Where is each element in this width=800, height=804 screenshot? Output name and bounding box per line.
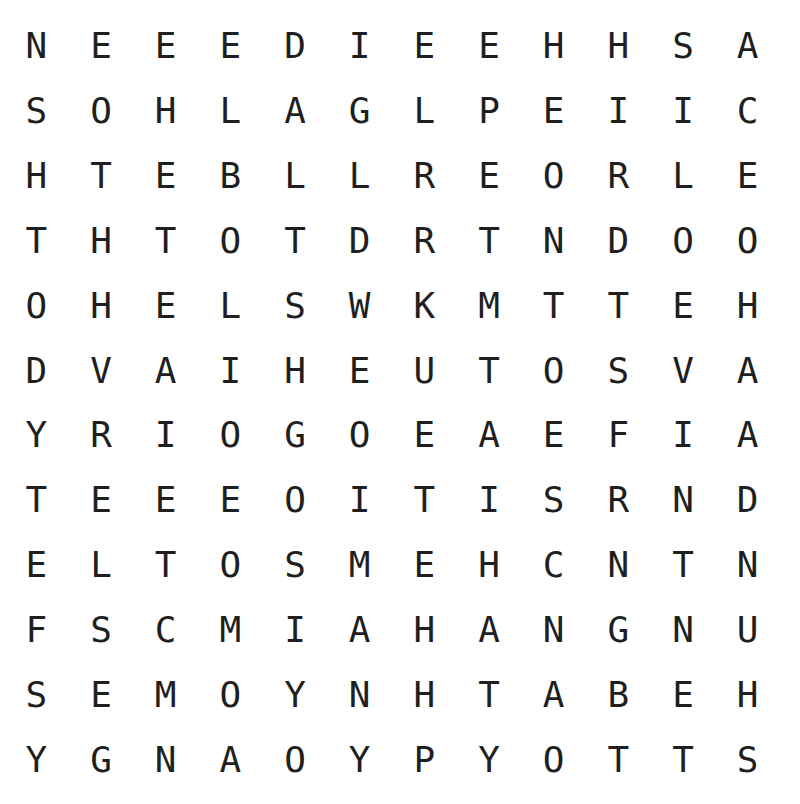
grid-cell-r3-c2[interactable]: T: [69, 144, 134, 209]
grid-cell-r1-c6[interactable]: I: [327, 14, 392, 79]
grid-cell-r11-c9[interactable]: A: [521, 662, 586, 727]
grid-cell-r1-c12[interactable]: A: [715, 14, 780, 79]
grid-cell-r3-c1[interactable]: H: [4, 144, 69, 209]
grid-cell-r10-c7[interactable]: H: [392, 598, 457, 663]
grid-cell-r6-c9[interactable]: O: [521, 338, 586, 403]
grid-cell-r9-c11[interactable]: T: [651, 533, 716, 598]
grid-cell-r12-c11[interactable]: T: [651, 727, 716, 792]
grid-cell-r6-c2[interactable]: V: [69, 338, 134, 403]
grid-cell-r9-c4[interactable]: O: [198, 533, 263, 598]
grid-cell-r9-c5[interactable]: S: [263, 533, 328, 598]
grid-cell-r4-c5[interactable]: T: [263, 209, 328, 274]
grid-cell-r7-c9[interactable]: E: [521, 403, 586, 468]
grid-cell-r11-c2[interactable]: E: [69, 662, 134, 727]
grid-cell-r5-c10[interactable]: T: [586, 273, 651, 338]
grid-cell-r10-c9[interactable]: N: [521, 598, 586, 663]
grid-cell-r7-c6[interactable]: O: [327, 403, 392, 468]
grid-cell-r10-c12[interactable]: U: [715, 598, 780, 663]
grid-cell-r11-c8[interactable]: T: [457, 662, 522, 727]
grid-cell-r5-c12[interactable]: H: [715, 273, 780, 338]
grid-cell-r3-c8[interactable]: E: [457, 144, 522, 209]
grid-cell-r12-c2[interactable]: G: [69, 727, 134, 792]
grid-cell-r3-c3[interactable]: E: [133, 144, 198, 209]
grid-cell-r3-c12[interactable]: E: [715, 144, 780, 209]
grid-cell-r11-c10[interactable]: B: [586, 662, 651, 727]
grid-cell-r3-c7[interactable]: R: [392, 144, 457, 209]
grid-cell-r1-c8[interactable]: E: [457, 14, 522, 79]
grid-cell-r1-c5[interactable]: D: [263, 14, 328, 79]
grid-cell-r8-c12[interactable]: D: [715, 468, 780, 533]
grid-cell-r8-c1[interactable]: T: [4, 468, 69, 533]
grid-cell-r9-c3[interactable]: T: [133, 533, 198, 598]
grid-cell-r4-c4[interactable]: O: [198, 209, 263, 274]
grid-cell-r11-c7[interactable]: H: [392, 662, 457, 727]
grid-cell-r4-c3[interactable]: T: [133, 209, 198, 274]
grid-cell-r5-c3[interactable]: E: [133, 273, 198, 338]
grid-cell-r12-c7[interactable]: P: [392, 727, 457, 792]
grid-cell-r2-c4[interactable]: L: [198, 79, 263, 144]
grid-cell-r1-c4[interactable]: E: [198, 14, 263, 79]
grid-cell-r1-c2[interactable]: E: [69, 14, 134, 79]
grid-cell-r5-c4[interactable]: L: [198, 273, 263, 338]
grid-cell-r8-c3[interactable]: E: [133, 468, 198, 533]
grid-cell-r2-c8[interactable]: P: [457, 79, 522, 144]
grid-cell-r5-c11[interactable]: E: [651, 273, 716, 338]
grid-cell-r4-c2[interactable]: H: [69, 209, 134, 274]
grid-cell-r12-c12[interactable]: S: [715, 727, 780, 792]
grid-cell-r10-c1[interactable]: F: [4, 598, 69, 663]
grid-cell-r8-c6[interactable]: I: [327, 468, 392, 533]
grid-cell-r6-c6[interactable]: E: [327, 338, 392, 403]
grid-cell-r7-c5[interactable]: G: [263, 403, 328, 468]
grid-cell-r8-c9[interactable]: S: [521, 468, 586, 533]
grid-cell-r4-c12[interactable]: O: [715, 209, 780, 274]
grid-cell-r6-c4[interactable]: I: [198, 338, 263, 403]
grid-cell-r1-c1[interactable]: N: [4, 14, 69, 79]
grid-cell-r9-c2[interactable]: L: [69, 533, 134, 598]
grid-cell-r3-c4[interactable]: B: [198, 144, 263, 209]
grid-cell-r8-c5[interactable]: O: [263, 468, 328, 533]
grid-cell-r6-c1[interactable]: D: [4, 338, 69, 403]
grid-cell-r2-c6[interactable]: G: [327, 79, 392, 144]
grid-cell-r10-c6[interactable]: A: [327, 598, 392, 663]
grid-cell-r12-c9[interactable]: O: [521, 727, 586, 792]
grid-cell-r9-c9[interactable]: C: [521, 533, 586, 598]
grid-cell-r7-c8[interactable]: A: [457, 403, 522, 468]
grid-cell-r12-c6[interactable]: Y: [327, 727, 392, 792]
grid-cell-r10-c3[interactable]: C: [133, 598, 198, 663]
grid-cell-r4-c9[interactable]: N: [521, 209, 586, 274]
grid-cell-r1-c10[interactable]: H: [586, 14, 651, 79]
word-search-board: NEEEDIEEHHSASOHLAGLPEIICHTEBLLREORLETHTO…: [4, 14, 780, 792]
grid-cell-r6-c3[interactable]: A: [133, 338, 198, 403]
grid-cell-r11-c6[interactable]: N: [327, 662, 392, 727]
grid-cell-r2-c11[interactable]: I: [651, 79, 716, 144]
grid-cell-r9-c8[interactable]: H: [457, 533, 522, 598]
grid-cell-r5-c2[interactable]: H: [69, 273, 134, 338]
grid-cell-r1-c9[interactable]: H: [521, 14, 586, 79]
grid-cell-r10-c8[interactable]: A: [457, 598, 522, 663]
grid-cell-r4-c11[interactable]: O: [651, 209, 716, 274]
grid-cell-r4-c6[interactable]: D: [327, 209, 392, 274]
grid-cell-r6-c8[interactable]: T: [457, 338, 522, 403]
grid-cell-r2-c7[interactable]: L: [392, 79, 457, 144]
grid-cell-r4-c1[interactable]: T: [4, 209, 69, 274]
grid-cell-r7-c11[interactable]: I: [651, 403, 716, 468]
grid-cell-r9-c1[interactable]: E: [4, 533, 69, 598]
grid-cell-r4-c8[interactable]: T: [457, 209, 522, 274]
grid-cell-r12-c8[interactable]: Y: [457, 727, 522, 792]
grid-cell-r7-c12[interactable]: A: [715, 403, 780, 468]
grid-cell-r1-c3[interactable]: E: [133, 14, 198, 79]
grid-cell-r7-c1[interactable]: Y: [4, 403, 69, 468]
grid-cell-r7-c2[interactable]: R: [69, 403, 134, 468]
grid-cell-r1-c11[interactable]: S: [651, 14, 716, 79]
grid-cell-r11-c3[interactable]: M: [133, 662, 198, 727]
grid-cell-r11-c5[interactable]: Y: [263, 662, 328, 727]
grid-cell-r10-c5[interactable]: I: [263, 598, 328, 663]
grid-cell-r9-c6[interactable]: M: [327, 533, 392, 598]
grid-cell-r2-c1[interactable]: S: [4, 79, 69, 144]
grid-cell-r2-c2[interactable]: O: [69, 79, 134, 144]
grid-cell-r7-c10[interactable]: F: [586, 403, 651, 468]
grid-cell-r5-c5[interactable]: S: [263, 273, 328, 338]
grid-cell-r3-c6[interactable]: L: [327, 144, 392, 209]
grid-cell-r10-c10[interactable]: G: [586, 598, 651, 663]
grid-cell-r8-c4[interactable]: E: [198, 468, 263, 533]
grid-cell-r10-c11[interactable]: N: [651, 598, 716, 663]
grid-cell-r8-c11[interactable]: N: [651, 468, 716, 533]
grid-cell-r11-c12[interactable]: H: [715, 662, 780, 727]
grid-cell-r7-c7[interactable]: E: [392, 403, 457, 468]
grid-cell-r9-c12[interactable]: N: [715, 533, 780, 598]
grid-cell-r6-c7[interactable]: U: [392, 338, 457, 403]
grid-cell-r3-c5[interactable]: L: [263, 144, 328, 209]
grid-cell-r2-c9[interactable]: E: [521, 79, 586, 144]
grid-cell-r12-c1[interactable]: Y: [4, 727, 69, 792]
grid-cell-r3-c11[interactable]: L: [651, 144, 716, 209]
grid-cell-r8-c7[interactable]: T: [392, 468, 457, 533]
grid-cell-r2-c5[interactable]: A: [263, 79, 328, 144]
grid-cell-r8-c8[interactable]: I: [457, 468, 522, 533]
grid-cell-r7-c4[interactable]: O: [198, 403, 263, 468]
grid-cell-r6-c12[interactable]: A: [715, 338, 780, 403]
grid-cell-r12-c3[interactable]: N: [133, 727, 198, 792]
grid-cell-r3-c10[interactable]: R: [586, 144, 651, 209]
grid-cell-r4-c7[interactable]: R: [392, 209, 457, 274]
grid-cell-r2-c10[interactable]: I: [586, 79, 651, 144]
grid-cell-r12-c5[interactable]: O: [263, 727, 328, 792]
grid-cell-r3-c9[interactable]: O: [521, 144, 586, 209]
grid-cell-r8-c10[interactable]: R: [586, 468, 651, 533]
grid-cell-r1-c7[interactable]: E: [392, 14, 457, 79]
grid-cell-r5-c1[interactable]: O: [4, 273, 69, 338]
grid-cell-r10-c2[interactable]: S: [69, 598, 134, 663]
grid-cell-r6-c5[interactable]: H: [263, 338, 328, 403]
grid-cell-r11-c4[interactable]: O: [198, 662, 263, 727]
grid-cell-r8-c2[interactable]: E: [69, 468, 134, 533]
grid-cell-r12-c4[interactable]: A: [198, 727, 263, 792]
grid-cell-r4-c10[interactable]: D: [586, 209, 651, 274]
grid-cell-r5-c9[interactable]: T: [521, 273, 586, 338]
grid-cell-r9-c10[interactable]: N: [586, 533, 651, 598]
grid-cell-r6-c10[interactable]: S: [586, 338, 651, 403]
grid-cell-r7-c3[interactable]: I: [133, 403, 198, 468]
grid-cell-r2-c3[interactable]: H: [133, 79, 198, 144]
grid-cell-r11-c11[interactable]: E: [651, 662, 716, 727]
grid-cell-r5-c8[interactable]: M: [457, 273, 522, 338]
grid-cell-r2-c12[interactable]: C: [715, 79, 780, 144]
grid-cell-r10-c4[interactable]: M: [198, 598, 263, 663]
grid-cell-r6-c11[interactable]: V: [651, 338, 716, 403]
grid-cell-r11-c1[interactable]: S: [4, 662, 69, 727]
grid-cell-r5-c7[interactable]: K: [392, 273, 457, 338]
grid-cell-r5-c6[interactable]: W: [327, 273, 392, 338]
grid-cell-r12-c10[interactable]: T: [586, 727, 651, 792]
grid-cell-r9-c7[interactable]: E: [392, 533, 457, 598]
